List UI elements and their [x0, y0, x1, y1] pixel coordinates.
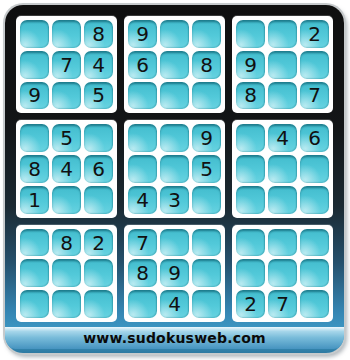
sudoku-box-4: 58461 — [16, 120, 117, 217]
sudoku-cell-r8c9[interactable] — [300, 259, 329, 287]
sudoku-cell-r2c9[interactable] — [300, 51, 329, 79]
sudoku-cell-r5c2[interactable]: 4 — [52, 155, 81, 183]
sudoku-cell-r2c2[interactable]: 7 — [52, 51, 81, 79]
sudoku-cell-r2c1[interactable] — [20, 51, 49, 79]
sudoku-cell-r8c8[interactable] — [268, 259, 297, 287]
sudoku-cell-r3c4[interactable] — [128, 82, 157, 110]
sudoku-cell-r8c4[interactable]: 8 — [128, 259, 157, 287]
sudoku-cell-r4c8[interactable]: 4 — [268, 124, 297, 152]
sudoku-cell-r3c7[interactable]: 8 — [236, 82, 265, 110]
sudoku-cell-r8c2[interactable] — [52, 259, 81, 287]
sudoku-box-9: 27 — [232, 225, 333, 322]
sudoku-cell-r7c6[interactable] — [192, 229, 221, 257]
sudoku-cell-r4c1[interactable] — [20, 124, 49, 152]
sudoku-cell-r2c4[interactable]: 6 — [128, 51, 157, 79]
sudoku-cell-r9c3[interactable] — [84, 290, 113, 318]
sudoku-cell-r9c9[interactable] — [300, 290, 329, 318]
sudoku-cell-r9c5[interactable]: 4 — [160, 290, 189, 318]
sudoku-cell-r5c8[interactable] — [268, 155, 297, 183]
sudoku-cell-r2c3[interactable]: 4 — [84, 51, 113, 79]
sudoku-cell-r1c3[interactable]: 8 — [84, 20, 113, 48]
sudoku-cell-r5c9[interactable] — [300, 155, 329, 183]
sudoku-box-1: 87495 — [16, 16, 117, 113]
sudoku-cell-r2c6[interactable]: 8 — [192, 51, 221, 79]
sudoku-cell-r9c2[interactable] — [52, 290, 81, 318]
sudoku-cell-r2c8[interactable] — [268, 51, 297, 79]
sudoku-cell-r7c1[interactable] — [20, 229, 49, 257]
sudoku-cell-r3c1[interactable]: 9 — [20, 82, 49, 110]
sudoku-cell-r7c9[interactable] — [300, 229, 329, 257]
sudoku-cell-r6c1[interactable]: 1 — [20, 186, 49, 214]
site-url[interactable]: www.sudokusweb.com — [83, 330, 266, 346]
sudoku-cell-r1c8[interactable] — [268, 20, 297, 48]
sudoku-cell-r7c5[interactable] — [160, 229, 189, 257]
sudoku-cell-r3c8[interactable] — [268, 82, 297, 110]
sudoku-cell-r1c4[interactable]: 9 — [128, 20, 157, 48]
sudoku-cell-r7c8[interactable] — [268, 229, 297, 257]
sudoku-cell-r9c1[interactable] — [20, 290, 49, 318]
sudoku-box-7: 82 — [16, 225, 117, 322]
sudoku-cell-r4c9[interactable]: 6 — [300, 124, 329, 152]
board-frame: 8749596829875846195434682789427 www.sudo… — [5, 5, 344, 353]
sudoku-cell-r6c6[interactable] — [192, 186, 221, 214]
sudoku-cell-r1c1[interactable] — [20, 20, 49, 48]
sudoku-cell-r5c3[interactable]: 6 — [84, 155, 113, 183]
sudoku-box-2: 968 — [124, 16, 225, 113]
sudoku-cell-r9c6[interactable] — [192, 290, 221, 318]
sudoku-box-3: 2987 — [232, 16, 333, 113]
sudoku-cell-r9c8[interactable]: 7 — [268, 290, 297, 318]
sudoku-cell-r6c2[interactable] — [52, 186, 81, 214]
sudoku-cell-r6c9[interactable] — [300, 186, 329, 214]
sudoku-cell-r4c3[interactable] — [84, 124, 113, 152]
sudoku-cell-r1c2[interactable] — [52, 20, 81, 48]
sudoku-cell-r4c6[interactable]: 9 — [192, 124, 221, 152]
sudoku-box-6: 46 — [232, 120, 333, 217]
sudoku-cell-r2c7[interactable]: 9 — [236, 51, 265, 79]
sudoku-cell-r3c2[interactable] — [52, 82, 81, 110]
sudoku-cell-r3c9[interactable]: 7 — [300, 82, 329, 110]
sudoku-cell-r7c4[interactable]: 7 — [128, 229, 157, 257]
sudoku-cell-r8c7[interactable] — [236, 259, 265, 287]
sudoku-cell-r6c3[interactable] — [84, 186, 113, 214]
sudoku-cell-r4c2[interactable]: 5 — [52, 124, 81, 152]
sudoku-cell-r1c5[interactable] — [160, 20, 189, 48]
sudoku-cell-r1c6[interactable] — [192, 20, 221, 48]
sudoku-cell-r3c3[interactable]: 5 — [84, 82, 113, 110]
sudoku-cell-r8c3[interactable] — [84, 259, 113, 287]
sudoku-box-5: 9543 — [124, 120, 225, 217]
sudoku-cell-r6c8[interactable] — [268, 186, 297, 214]
sudoku-cell-r5c7[interactable] — [236, 155, 265, 183]
sudoku-cell-r8c1[interactable] — [20, 259, 49, 287]
sudoku-cell-r5c5[interactable] — [160, 155, 189, 183]
sudoku-cell-r6c5[interactable]: 3 — [160, 186, 189, 214]
sudoku-cell-r2c5[interactable] — [160, 51, 189, 79]
sudoku-cell-r4c7[interactable] — [236, 124, 265, 152]
sudoku-cell-r4c4[interactable] — [128, 124, 157, 152]
sudoku-cell-r7c7[interactable] — [236, 229, 265, 257]
footer-bar: www.sudokusweb.com — [5, 327, 344, 349]
sudoku-box-8: 7894 — [124, 225, 225, 322]
sudoku-cell-r3c6[interactable] — [192, 82, 221, 110]
sudoku-cell-r1c7[interactable] — [236, 20, 265, 48]
sudoku-cell-r9c7[interactable]: 2 — [236, 290, 265, 318]
sudoku-board: 8749596829875846195434682789427 — [16, 16, 333, 322]
sudoku-cell-r6c4[interactable]: 4 — [128, 186, 157, 214]
sudoku-cell-r7c3[interactable]: 2 — [84, 229, 113, 257]
sudoku-cell-r3c5[interactable] — [160, 82, 189, 110]
sudoku-cell-r5c4[interactable] — [128, 155, 157, 183]
sudoku-cell-r5c6[interactable]: 5 — [192, 155, 221, 183]
sudoku-cell-r1c9[interactable]: 2 — [300, 20, 329, 48]
sudoku-cell-r7c2[interactable]: 8 — [52, 229, 81, 257]
sudoku-cell-r8c5[interactable]: 9 — [160, 259, 189, 287]
sudoku-cell-r6c7[interactable] — [236, 186, 265, 214]
sudoku-cell-r9c4[interactable] — [128, 290, 157, 318]
sudoku-cell-r5c1[interactable]: 8 — [20, 155, 49, 183]
sudoku-cell-r8c6[interactable] — [192, 259, 221, 287]
sudoku-cell-r4c5[interactable] — [160, 124, 189, 152]
